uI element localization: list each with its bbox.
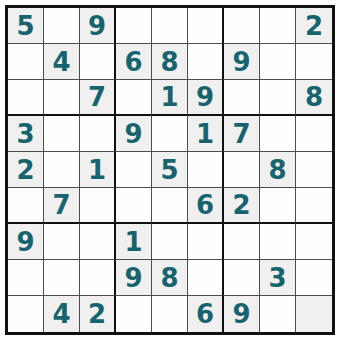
cell-r8c2[interactable] [44, 260, 80, 296]
cell-r1c9[interactable]: 2 [296, 8, 332, 44]
cell-r2c7[interactable]: 9 [224, 44, 260, 80]
cell-r9c5[interactable] [152, 296, 188, 332]
cell-r4c7[interactable]: 7 [224, 116, 260, 152]
cell-r4c2[interactable] [44, 116, 80, 152]
cell-r9c1[interactable] [8, 296, 44, 332]
cell-r3c7[interactable] [224, 80, 260, 116]
cell-r9c6[interactable]: 6 [188, 296, 224, 332]
cell-r3c3[interactable]: 7 [80, 80, 116, 116]
cell-r8c9[interactable] [296, 260, 332, 296]
cell-r1c8[interactable] [260, 8, 296, 44]
cell-r7c7[interactable] [224, 224, 260, 260]
cell-r8c4[interactable]: 9 [116, 260, 152, 296]
cell-r7c2[interactable] [44, 224, 80, 260]
cell-r6c5[interactable] [152, 188, 188, 224]
cell-r3c2[interactable] [44, 80, 80, 116]
sudoku-board-wrapper: 5924689719839172158762919834269 [5, 5, 335, 335]
cell-r8c8[interactable]: 3 [260, 260, 296, 296]
cell-r7c6[interactable] [188, 224, 224, 260]
cell-r7c1[interactable]: 9 [8, 224, 44, 260]
cell-r9c3[interactable]: 2 [80, 296, 116, 332]
cell-r5c7[interactable] [224, 152, 260, 188]
cell-r1c7[interactable] [224, 8, 260, 44]
cell-r6c1[interactable] [8, 188, 44, 224]
cell-r9c2[interactable]: 4 [44, 296, 80, 332]
cell-r3c6[interactable]: 9 [188, 80, 224, 116]
cell-r7c4[interactable]: 1 [116, 224, 152, 260]
cell-r5c2[interactable] [44, 152, 80, 188]
cell-r2c1[interactable] [8, 44, 44, 80]
cell-r8c1[interactable] [8, 260, 44, 296]
cell-r8c5[interactable]: 8 [152, 260, 188, 296]
cell-r1c1[interactable]: 5 [8, 8, 44, 44]
cell-r2c4[interactable]: 6 [116, 44, 152, 80]
cell-r4c8[interactable] [260, 116, 296, 152]
cell-r7c9[interactable] [296, 224, 332, 260]
cell-r8c7[interactable] [224, 260, 260, 296]
cell-r2c9[interactable] [296, 44, 332, 80]
cell-r8c6[interactable] [188, 260, 224, 296]
cell-r2c2[interactable]: 4 [44, 44, 80, 80]
cell-r5c3[interactable]: 1 [80, 152, 116, 188]
cell-r2c6[interactable] [188, 44, 224, 80]
cell-r6c2[interactable]: 7 [44, 188, 80, 224]
cell-r1c2[interactable] [44, 8, 80, 44]
cell-r1c3[interactable]: 9 [80, 8, 116, 44]
sudoku-board: 5924689719839172158762919834269 [5, 5, 335, 335]
cell-r3c5[interactable]: 1 [152, 80, 188, 116]
cell-r5c5[interactable]: 5 [152, 152, 188, 188]
cell-r5c4[interactable] [116, 152, 152, 188]
cell-r6c4[interactable] [116, 188, 152, 224]
cell-r4c6[interactable]: 1 [188, 116, 224, 152]
cell-r6c8[interactable] [260, 188, 296, 224]
cell-r4c3[interactable] [80, 116, 116, 152]
cell-r1c6[interactable] [188, 8, 224, 44]
cell-r9c7[interactable]: 9 [224, 296, 260, 332]
cell-r7c5[interactable] [152, 224, 188, 260]
cell-r3c9[interactable]: 8 [296, 80, 332, 116]
cell-r2c8[interactable] [260, 44, 296, 80]
cell-r4c5[interactable] [152, 116, 188, 152]
cell-r2c3[interactable] [80, 44, 116, 80]
cell-r6c3[interactable] [80, 188, 116, 224]
cell-r9c8[interactable] [260, 296, 296, 332]
cell-r4c9[interactable] [296, 116, 332, 152]
cell-r9c4[interactable] [116, 296, 152, 332]
cell-r5c1[interactable]: 2 [8, 152, 44, 188]
cell-r1c5[interactable] [152, 8, 188, 44]
cell-r5c6[interactable] [188, 152, 224, 188]
cell-r6c6[interactable]: 6 [188, 188, 224, 224]
cell-r5c9[interactable] [296, 152, 332, 188]
cell-r6c9[interactable] [296, 188, 332, 224]
cell-r3c1[interactable] [8, 80, 44, 116]
cell-r8c3[interactable] [80, 260, 116, 296]
cell-r7c3[interactable] [80, 224, 116, 260]
cell-r9c9[interactable] [296, 296, 332, 332]
cell-r6c7[interactable]: 2 [224, 188, 260, 224]
cell-r5c8[interactable]: 8 [260, 152, 296, 188]
cell-r4c4[interactable]: 9 [116, 116, 152, 152]
cell-r3c8[interactable] [260, 80, 296, 116]
cell-r1c4[interactable] [116, 8, 152, 44]
cell-r7c8[interactable] [260, 224, 296, 260]
cell-r3c4[interactable] [116, 80, 152, 116]
cell-r4c1[interactable]: 3 [8, 116, 44, 152]
cell-r2c5[interactable]: 8 [152, 44, 188, 80]
